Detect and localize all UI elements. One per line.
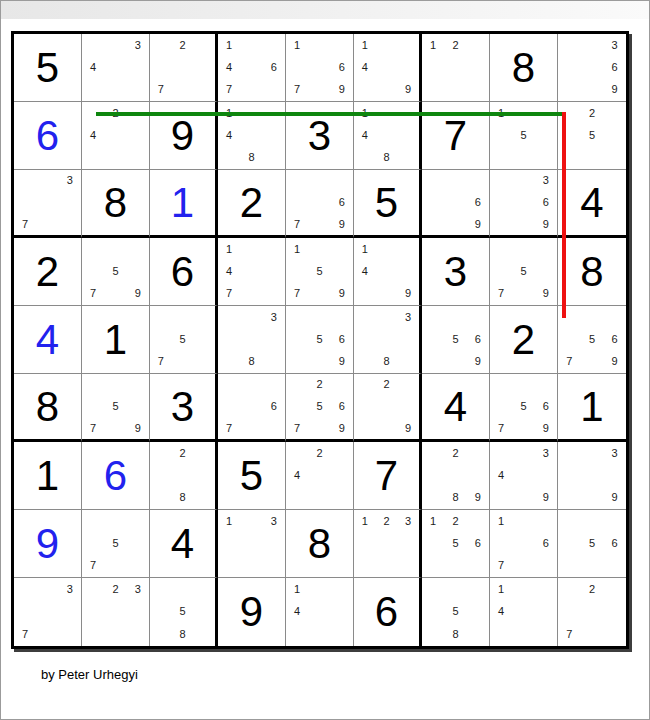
candidate-empty [240,56,262,78]
cell-r5c1[interactable]: 4 [14,306,82,374]
given-digit: 4 [150,510,215,577]
given-digit: 4 [422,374,489,439]
candidate-empty [535,555,557,577]
candidate-empty [286,374,308,396]
candidate-2: 2 [376,374,398,396]
cell-r5c4[interactable]: 38 [218,306,286,374]
candidate-empty [331,306,353,328]
candidate-empty [82,601,104,624]
candidate-empty [535,124,557,146]
candidate-empty [127,374,149,396]
candidate-empty [127,510,149,532]
candidate-empty [558,487,581,509]
candidate-6: 6 [331,396,353,418]
candidate-9: 9 [603,351,626,373]
given-digit: 6 [354,578,419,646]
candidate-empty [263,124,285,146]
candidate-7: 7 [286,79,308,101]
cell-r6c3[interactable]: 3 [150,374,218,442]
candidate-empty [558,79,581,101]
title-bar [1,1,649,19]
candidate-5: 5 [581,328,604,350]
candidate-1: 1 [490,578,512,601]
cell-r8c6[interactable]: 123 [354,510,422,578]
candidate-9: 9 [603,487,626,509]
cell-r6c4[interactable]: 67 [218,374,286,442]
cell-r7c7[interactable]: 289 [422,442,490,510]
cell-r4c5[interactable]: 1579 [286,238,354,306]
candidate-grid: 27 [558,578,626,646]
candidate-5: 5 [308,260,330,282]
candidate-3: 3 [603,442,626,464]
candidate-empty [14,170,36,192]
candidate-6: 6 [535,192,557,214]
candidate-empty [308,351,330,373]
candidate-7: 7 [150,351,172,373]
cell-r4c1[interactable]: 2 [14,238,82,306]
cell-r9c5[interactable]: 14 [286,578,354,646]
candidate-empty [603,510,626,532]
candidate-empty [172,464,194,486]
cell-r8c3[interactable]: 4 [150,510,218,578]
candidate-empty [397,260,419,282]
cell-r8c7[interactable]: 1256 [422,510,490,578]
candidate-empty [104,623,126,646]
candidate-empty [127,532,149,554]
candidate-5: 5 [581,124,604,146]
candidate-empty [104,555,126,577]
candidate-empty [444,351,466,373]
candidate-8: 8 [240,147,262,169]
candidate-5: 5 [512,260,534,282]
candidate-9: 9 [467,487,489,509]
given-digit: 1 [82,306,149,373]
candidate-empty [354,396,376,418]
cell-r5c5[interactable]: 569 [286,306,354,374]
cell-r8c2[interactable]: 57 [82,510,150,578]
candidate-empty [535,260,557,282]
cell-r8c9[interactable]: 56 [558,510,626,578]
candidate-empty [308,192,330,214]
cell-r3c4[interactable]: 2 [218,170,286,238]
cell-r9c3[interactable]: 58 [150,578,218,646]
candidate-empty [397,374,419,396]
candidate-empty [581,79,604,101]
cell-r2c1[interactable]: 6 [14,102,82,170]
candidate-9: 9 [331,79,353,101]
cell-r3c8[interactable]: 369 [490,170,558,238]
cell-r9c4[interactable]: 9 [218,578,286,646]
candidate-empty [82,623,104,646]
candidate-empty [308,79,330,101]
candidate-empty [240,374,262,396]
candidate-empty [490,532,512,554]
candidate-empty [150,623,172,646]
candidate-7: 7 [82,555,104,577]
given-digit: 3 [150,374,215,439]
cell-r3c3[interactable]: 1 [150,170,218,238]
candidate-empty [193,56,215,78]
candidate-grid: 34 [82,34,149,101]
candidate-7: 7 [490,283,512,305]
candidate-empty [308,487,330,509]
candidate-2: 2 [376,510,398,532]
candidate-empty [354,351,376,373]
candidate-empty [82,374,104,396]
candidate-5: 5 [172,328,194,350]
candidate-5: 5 [308,328,330,350]
candidate-1: 1 [218,238,240,260]
candidate-5: 5 [444,532,466,554]
candidate-4: 4 [354,124,376,146]
candidate-6: 6 [603,56,626,78]
candidate-7: 7 [218,417,240,439]
candidate-empty [82,260,104,282]
candidate-empty [603,147,626,169]
cell-r5c7[interactable]: 569 [422,306,490,374]
candidate-empty [36,578,58,601]
candidate-empty [104,124,126,146]
cell-r5c9[interactable]: 5679 [558,306,626,374]
candidate-empty [172,56,194,78]
cell-r6c8[interactable]: 5679 [490,374,558,442]
candidate-grid: 69 [422,170,489,235]
candidate-grid: 29 [354,374,419,439]
given-digit: 1 [558,374,626,439]
candidate-4: 4 [354,56,376,78]
candidate-empty [467,56,489,78]
candidate-empty [193,464,215,486]
candidate-empty [82,238,104,260]
candidate-grid: 67 [218,374,285,439]
cell-r1c4[interactable]: 1467 [218,34,286,102]
candidate-empty [558,555,581,577]
candidate-empty [422,328,444,350]
candidate-7: 7 [150,79,172,101]
candidate-empty [172,578,194,601]
candidate-empty [558,578,581,601]
cell-r4c8[interactable]: 579 [490,238,558,306]
candidate-empty [376,328,398,350]
candidate-empty [581,351,604,373]
given-digit: 5 [14,34,81,101]
cell-r2c9[interactable]: 25 [558,102,626,170]
candidate-5: 5 [512,396,534,418]
cell-r4c4[interactable]: 147 [218,238,286,306]
candidate-2: 2 [444,34,466,56]
candidate-empty [512,487,534,509]
candidate-empty [127,260,149,282]
candidate-empty [558,328,581,350]
cell-r6c2[interactable]: 579 [82,374,150,442]
given-digit: 5 [218,442,285,509]
candidate-empty [444,555,466,577]
candidate-empty [82,79,104,101]
author-caption: by Peter Urhegyi [41,667,138,682]
candidate-empty [512,147,534,169]
candidate-3: 3 [535,170,557,192]
candidate-empty [82,396,104,418]
cell-r3c7[interactable]: 69 [422,170,490,238]
candidate-empty [581,601,604,624]
candidate-empty [331,442,353,464]
candidate-6: 6 [467,328,489,350]
candidate-empty [376,124,398,146]
candidate-7: 7 [218,283,240,305]
candidate-empty [512,417,534,439]
cell-r1c3[interactable]: 27 [150,34,218,102]
candidate-empty [467,442,489,464]
cell-r1c7[interactable]: 12 [422,34,490,102]
candidate-empty [444,213,466,235]
candidate-empty [397,351,419,373]
candidate-empty [558,464,581,486]
candidate-empty [59,192,81,214]
candidate-empty [104,56,126,78]
candidate-empty [422,306,444,328]
candidate-empty [263,532,285,554]
cell-r3c2[interactable]: 8 [82,170,150,238]
candidate-empty [490,124,512,146]
candidate-8: 8 [376,351,398,373]
cell-r1c2[interactable]: 34 [82,34,150,102]
candidate-grid: 569 [422,306,489,373]
candidate-empty [422,213,444,235]
cell-r6c1[interactable]: 8 [14,374,82,442]
candidate-1: 1 [286,238,308,260]
candidate-2: 2 [581,578,604,601]
candidate-empty [444,56,466,78]
candidate-grid: 1467 [218,34,285,101]
candidate-9: 9 [331,351,353,373]
given-digit: 8 [286,510,353,577]
candidate-empty [444,578,466,601]
candidate-2: 2 [308,374,330,396]
cell-r4c2[interactable]: 579 [82,238,150,306]
candidate-empty [263,351,285,373]
candidate-empty [376,79,398,101]
candidate-8: 8 [444,487,466,509]
candidate-1: 1 [286,34,308,56]
candidate-empty [104,510,126,532]
candidate-empty [354,79,376,101]
candidate-empty [127,555,149,577]
candidate-empty [286,396,308,418]
candidate-empty [240,283,262,305]
candidate-empty [240,510,262,532]
candidate-empty [354,328,376,350]
cell-r9c2[interactable]: 23 [82,578,150,646]
candidate-empty [308,56,330,78]
cell-r1c8[interactable]: 8 [490,34,558,102]
candidate-1: 1 [354,34,376,56]
candidate-empty [512,623,534,646]
candidate-empty [286,56,308,78]
cell-r3c6[interactable]: 5 [354,170,422,238]
cell-r8c4[interactable]: 13 [218,510,286,578]
candidate-empty [490,260,512,282]
cell-r6c9[interactable]: 1 [558,374,626,442]
candidate-9: 9 [535,283,557,305]
cell-r8c5[interactable]: 8 [286,510,354,578]
candidate-6: 6 [603,328,626,350]
candidate-empty [467,170,489,192]
cell-r3c1[interactable]: 37 [14,170,82,238]
cell-r7c8[interactable]: 349 [490,442,558,510]
candidate-empty [422,601,444,624]
given-digit: 7 [354,442,419,509]
candidate-grid: 12 [422,34,489,101]
candidate-empty [397,328,419,350]
given-digit: 8 [558,238,626,305]
candidate-7: 7 [286,283,308,305]
candidate-6: 6 [331,56,353,78]
cell-r1c1[interactable]: 5 [14,34,82,102]
candidate-empty [376,260,398,282]
candidate-empty [240,396,262,418]
cell-r9c6[interactable]: 6 [354,578,422,646]
cell-r1c9[interactable]: 369 [558,34,626,102]
candidate-grid: 579 [490,238,557,305]
sudoku-board: 5342714671679149128369624914831487152537… [11,31,629,649]
cell-r7c6[interactable]: 7 [354,442,422,510]
cell-r6c7[interactable]: 4 [422,374,490,442]
candidate-empty [193,328,215,350]
candidate-empty [308,34,330,56]
cell-r9c7[interactable]: 58 [422,578,490,646]
cell-r7c9[interactable]: 39 [558,442,626,510]
candidate-empty [512,532,534,554]
candidate-empty [308,464,330,486]
candidate-empty [150,487,172,509]
candidate-empty [490,238,512,260]
candidate-9: 9 [127,283,149,305]
candidate-grid: 369 [558,34,626,101]
candidate-empty [422,56,444,78]
candidate-empty [603,555,626,577]
candidate-empty [603,623,626,646]
cell-r9c8[interactable]: 14 [490,578,558,646]
cell-r5c3[interactable]: 57 [150,306,218,374]
candidate-empty [36,170,58,192]
candidate-empty [490,170,512,192]
candidate-3: 3 [397,306,419,328]
cell-r4c6[interactable]: 149 [354,238,422,306]
candidate-1: 1 [422,510,444,532]
candidate-empty [422,532,444,554]
candidate-9: 9 [331,283,353,305]
cell-r8c8[interactable]: 167 [490,510,558,578]
candidate-empty [558,601,581,624]
entered-digit: 6 [82,442,149,509]
candidate-9: 9 [331,213,353,235]
candidate-empty [603,306,626,328]
candidate-5: 5 [444,601,466,624]
candidate-empty [263,238,285,260]
candidate-empty [14,601,36,624]
cell-r4c7[interactable]: 3 [422,238,490,306]
entered-digit: 9 [14,510,81,577]
given-digit: 5 [354,170,419,235]
cell-r5c6[interactable]: 38 [354,306,422,374]
candidate-empty [603,124,626,146]
candidate-empty [240,34,262,56]
candidate-empty [286,487,308,509]
cell-r7c3[interactable]: 28 [150,442,218,510]
candidate-4: 4 [354,260,376,282]
cell-r5c2[interactable]: 1 [82,306,150,374]
candidate-grid: 5679 [490,374,557,439]
cell-r6c5[interactable]: 25679 [286,374,354,442]
cell-r9c1[interactable]: 37 [14,578,82,646]
cell-r1c6[interactable]: 149 [354,34,422,102]
candidate-empty [512,192,534,214]
cell-r4c9[interactable]: 8 [558,238,626,306]
candidate-9: 9 [535,213,557,235]
cell-r9c9[interactable]: 27 [558,578,626,646]
candidate-empty [467,306,489,328]
candidate-empty [193,79,215,101]
candidate-empty [581,487,604,509]
cell-r5c8[interactable]: 2 [490,306,558,374]
candidate-8: 8 [172,623,194,646]
candidate-8: 8 [240,351,262,373]
candidate-empty [444,192,466,214]
candidate-empty [512,213,534,235]
cell-r7c5[interactable]: 24 [286,442,354,510]
candidate-6: 6 [603,532,626,554]
cell-r6c6[interactable]: 29 [354,374,422,442]
candidate-empty [331,487,353,509]
candidate-empty [397,396,419,418]
candidate-empty [467,601,489,624]
candidate-empty [263,555,285,577]
candidate-empty [104,374,126,396]
candidate-grid: 1679 [286,34,353,101]
candidate-empty [127,79,149,101]
candidate-9: 9 [467,351,489,373]
candidate-empty [490,487,512,509]
candidate-empty [376,306,398,328]
candidate-empty [82,532,104,554]
candidate-7: 7 [558,351,581,373]
cell-r7c2[interactable]: 6 [82,442,150,510]
candidate-4: 4 [218,260,240,282]
candidate-empty [535,464,557,486]
candidate-empty [535,623,557,646]
sudoku-window: 5342714671679149128369624914831487152537… [0,0,650,720]
candidate-empty [376,283,398,305]
candidate-empty [512,442,534,464]
candidate-2: 2 [308,442,330,464]
cell-r1c5[interactable]: 1679 [286,34,354,102]
cell-r3c5[interactable]: 679 [286,170,354,238]
cell-r7c1[interactable]: 1 [14,442,82,510]
candidate-empty [331,260,353,282]
candidate-6: 6 [535,532,557,554]
cell-r4c3[interactable]: 6 [150,238,218,306]
cell-r3c9[interactable]: 4 [558,170,626,238]
cell-r7c4[interactable]: 5 [218,442,286,510]
candidate-empty [240,260,262,282]
candidate-9: 9 [397,79,419,101]
candidate-empty [331,374,353,396]
candidate-empty [397,34,419,56]
cell-r8c1[interactable]: 9 [14,510,82,578]
candidate-empty [150,56,172,78]
candidate-grid: 579 [82,374,149,439]
candidate-4: 4 [218,56,240,78]
